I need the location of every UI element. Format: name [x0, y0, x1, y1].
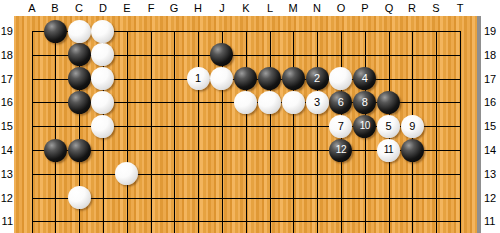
row-label-right-17: 17 [484, 73, 500, 85]
col-label-k: K [236, 2, 256, 14]
move-number-5: 5 [377, 115, 400, 138]
stone-white-h17: 1 [187, 67, 210, 90]
grid-line-col-m [293, 31, 294, 233]
stone-white-c12 [68, 186, 91, 209]
grid-line-row-12 [32, 198, 461, 199]
row-label-right-12: 12 [484, 192, 500, 204]
col-label-f: F [141, 2, 161, 14]
col-label-e: E [117, 2, 137, 14]
move-number-8: 8 [353, 91, 376, 114]
col-label-g: G [164, 2, 184, 14]
col-label-l: L [260, 2, 280, 14]
row-label-left-18: 18 [0, 49, 13, 61]
grid-line-col-a [32, 31, 33, 233]
col-label-m: M [283, 2, 303, 14]
move-number-2: 2 [306, 67, 329, 90]
row-label-left-19: 19 [0, 25, 13, 37]
col-label-t: T [450, 2, 470, 14]
move-number-10: 10 [353, 115, 376, 138]
row-label-right-18: 18 [484, 49, 500, 61]
stone-black-l17 [258, 67, 281, 90]
stone-black-c17 [68, 67, 91, 90]
stone-black-p15: 10 [353, 115, 376, 138]
stone-black-o16: 6 [329, 91, 352, 114]
grid-line-col-l [270, 31, 271, 233]
col-label-p: P [355, 2, 375, 14]
stone-black-b19 [44, 20, 67, 43]
row-label-right-13: 13 [484, 168, 500, 180]
col-label-n: N [307, 2, 327, 14]
move-number-7: 7 [329, 115, 352, 138]
grid-line-col-s [436, 31, 437, 233]
col-label-q: Q [379, 2, 399, 14]
stone-white-m16 [282, 91, 305, 114]
stone-white-o15: 7 [329, 115, 352, 138]
stone-black-n17: 2 [306, 67, 329, 90]
stone-black-o14: 12 [329, 139, 352, 162]
grid-line-row-13 [32, 174, 461, 175]
move-number-1: 1 [187, 67, 210, 90]
stone-black-p16: 8 [353, 91, 376, 114]
stone-white-d19 [91, 20, 114, 43]
stone-white-n16: 3 [306, 91, 329, 114]
grid-line-col-t [460, 31, 461, 233]
row-label-left-17: 17 [0, 73, 13, 85]
move-number-9: 9 [401, 115, 424, 138]
move-number-6: 6 [329, 91, 352, 114]
row-label-left-12: 12 [0, 192, 13, 204]
grid-line-col-f [151, 31, 152, 233]
grid-line-col-e [127, 31, 128, 233]
row-label-right-14: 14 [484, 144, 500, 156]
grid-line-row-11 [32, 221, 461, 222]
col-label-o: O [331, 2, 351, 14]
row-label-left-15: 15 [0, 120, 13, 132]
stone-black-q16 [377, 91, 400, 114]
stone-white-c19 [68, 20, 91, 43]
move-number-4: 4 [353, 67, 376, 90]
row-label-left-11: 11 [0, 215, 13, 227]
col-label-b: B [45, 2, 65, 14]
row-label-left-13: 13 [0, 168, 13, 180]
stone-white-q14: 11 [377, 139, 400, 162]
board-right-edge-shadow [477, 16, 481, 233]
grid-line-col-n [317, 31, 318, 233]
grid-line-col-b [55, 31, 56, 233]
move-number-3: 3 [306, 91, 329, 114]
col-label-d: D [93, 2, 113, 14]
col-label-c: C [69, 2, 89, 14]
move-number-12: 12 [329, 139, 352, 162]
grid-line-col-h [198, 31, 199, 233]
move-number-11: 11 [377, 139, 400, 162]
grid-line-col-k [246, 31, 247, 233]
col-label-a: A [22, 2, 42, 14]
row-label-left-16: 16 [0, 96, 13, 108]
stone-white-k16 [234, 91, 257, 114]
row-label-right-15: 15 [484, 120, 500, 132]
row-label-right-19: 19 [484, 25, 500, 37]
stone-white-d15 [91, 115, 114, 138]
go-board[interactable]: ABCDEFGHJKLMNOPQRST191918181717161615151… [0, 0, 500, 233]
grid-line-col-g [174, 31, 175, 233]
row-label-left-14: 14 [0, 144, 13, 156]
stone-black-p17: 4 [353, 67, 376, 90]
stone-black-r14 [401, 139, 424, 162]
stone-white-r15: 9 [401, 115, 424, 138]
stone-white-q15: 5 [377, 115, 400, 138]
col-label-j: J [212, 2, 232, 14]
col-label-r: R [402, 2, 422, 14]
row-label-right-11: 11 [484, 215, 500, 227]
col-label-h: H [188, 2, 208, 14]
row-label-right-16: 16 [484, 96, 500, 108]
stone-black-c18 [68, 43, 91, 66]
stone-white-l16 [258, 91, 281, 114]
stone-black-c16 [68, 91, 91, 114]
stone-black-m17 [282, 67, 305, 90]
col-label-s: S [426, 2, 446, 14]
stone-black-c14 [68, 139, 91, 162]
stone-black-b14 [44, 139, 67, 162]
